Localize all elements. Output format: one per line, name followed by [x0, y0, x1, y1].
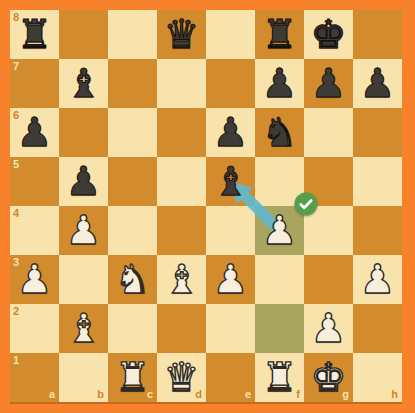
square-d2[interactable]	[157, 304, 206, 353]
square-e8[interactable]	[206, 10, 255, 59]
white-bishop-b2[interactable]: ♝	[66, 304, 102, 353]
file-label-e: e	[245, 389, 251, 400]
chess-board: 8♜♛♜♚7♝♟♟♟6♟♟♞5♟♝4♟♟3♟♞♝♟♟2♝♟1abc♜d♛ef♜g…	[10, 10, 402, 402]
square-h4[interactable]	[353, 206, 402, 255]
square-b8[interactable]	[59, 10, 108, 59]
square-a4[interactable]: 4	[10, 206, 59, 255]
square-b4[interactable]: ♟	[59, 206, 108, 255]
square-g3[interactable]	[304, 255, 353, 304]
square-d6[interactable]	[157, 108, 206, 157]
square-e6[interactable]: ♟	[206, 108, 255, 157]
black-pawn-a6[interactable]: ♟	[17, 108, 53, 157]
square-c2[interactable]	[108, 304, 157, 353]
square-c6[interactable]	[108, 108, 157, 157]
rank-label-2: 2	[13, 306, 19, 317]
file-label-a: a	[49, 389, 55, 400]
square-b2[interactable]: ♝	[59, 304, 108, 353]
square-g4[interactable]	[304, 206, 353, 255]
black-pawn-e6[interactable]: ♟	[213, 108, 249, 157]
square-e1[interactable]: e	[206, 353, 255, 402]
white-pawn-b4[interactable]: ♟	[66, 206, 102, 255]
white-pawn-e3[interactable]: ♟	[213, 255, 249, 304]
square-a7[interactable]: 7	[10, 59, 59, 108]
square-g2[interactable]: ♟	[304, 304, 353, 353]
square-a3[interactable]: 3♟	[10, 255, 59, 304]
square-g6[interactable]	[304, 108, 353, 157]
board-frame: 8♜♛♜♚7♝♟♟♟6♟♟♞5♟♝4♟♟3♟♞♝♟♟2♝♟1abc♜d♛ef♜g…	[0, 0, 415, 413]
white-knight-c3[interactable]: ♞	[115, 255, 151, 304]
square-b5[interactable]: ♟	[59, 157, 108, 206]
square-c8[interactable]	[108, 10, 157, 59]
white-pawn-g2[interactable]: ♟	[311, 304, 347, 353]
black-bishop-e5[interactable]: ♝	[213, 157, 249, 206]
square-g1[interactable]: g♚	[304, 353, 353, 402]
file-label-h: h	[391, 389, 398, 400]
square-g7[interactable]: ♟	[304, 59, 353, 108]
square-c4[interactable]	[108, 206, 157, 255]
square-h3[interactable]: ♟	[353, 255, 402, 304]
square-g8[interactable]: ♚	[304, 10, 353, 59]
square-d3[interactable]: ♝	[157, 255, 206, 304]
black-rook-a8[interactable]: ♜	[17, 10, 53, 59]
square-a2[interactable]: 2	[10, 304, 59, 353]
square-f5[interactable]	[255, 157, 304, 206]
white-rook-c1[interactable]: ♜	[115, 353, 151, 402]
square-h5[interactable]	[353, 157, 402, 206]
square-d4[interactable]	[157, 206, 206, 255]
square-f7[interactable]: ♟	[255, 59, 304, 108]
black-pawn-h7[interactable]: ♟	[360, 59, 396, 108]
rank-label-7: 7	[13, 61, 19, 72]
black-queen-d8[interactable]: ♛	[164, 10, 200, 59]
square-c7[interactable]	[108, 59, 157, 108]
white-king-g1[interactable]: ♚	[311, 353, 347, 402]
square-g5[interactable]	[304, 157, 353, 206]
square-c5[interactable]	[108, 157, 157, 206]
white-rook-f1[interactable]: ♜	[262, 353, 298, 402]
rank-label-4: 4	[13, 208, 19, 219]
black-rook-f8[interactable]: ♜	[262, 10, 298, 59]
square-h2[interactable]	[353, 304, 402, 353]
black-pawn-g7[interactable]: ♟	[311, 59, 347, 108]
square-e4[interactable]	[206, 206, 255, 255]
white-pawn-h3[interactable]: ♟	[360, 255, 396, 304]
square-d5[interactable]	[157, 157, 206, 206]
square-e2[interactable]	[206, 304, 255, 353]
square-c1[interactable]: c♜	[108, 353, 157, 402]
square-b7[interactable]: ♝	[59, 59, 108, 108]
square-f8[interactable]: ♜	[255, 10, 304, 59]
square-f3[interactable]	[255, 255, 304, 304]
square-c3[interactable]: ♞	[108, 255, 157, 304]
square-b6[interactable]	[59, 108, 108, 157]
rank-label-1: 1	[13, 355, 19, 366]
square-h6[interactable]	[353, 108, 402, 157]
white-queen-d1[interactable]: ♛	[164, 353, 200, 402]
square-f1[interactable]: f♜	[255, 353, 304, 402]
black-pawn-f7[interactable]: ♟	[262, 59, 298, 108]
square-b3[interactable]	[59, 255, 108, 304]
square-b1[interactable]: b	[59, 353, 108, 402]
black-king-g8[interactable]: ♚	[311, 10, 347, 59]
square-f2[interactable]	[255, 304, 304, 353]
square-e3[interactable]: ♟	[206, 255, 255, 304]
square-h7[interactable]: ♟	[353, 59, 402, 108]
square-e5[interactable]: ♝	[206, 157, 255, 206]
square-a5[interactable]: 5	[10, 157, 59, 206]
white-pawn-f4[interactable]: ♟	[262, 206, 298, 255]
square-h1[interactable]: h	[353, 353, 402, 402]
white-bishop-d3[interactable]: ♝	[164, 255, 200, 304]
square-a8[interactable]: 8♜	[10, 10, 59, 59]
square-d8[interactable]: ♛	[157, 10, 206, 59]
square-f6[interactable]: ♞	[255, 108, 304, 157]
square-e7[interactable]	[206, 59, 255, 108]
white-pawn-a3[interactable]: ♟	[17, 255, 53, 304]
rank-label-5: 5	[13, 159, 19, 170]
square-a6[interactable]: 6♟	[10, 108, 59, 157]
square-f4[interactable]: ♟	[255, 206, 304, 255]
black-knight-f6[interactable]: ♞	[262, 108, 298, 157]
square-d1[interactable]: d♛	[157, 353, 206, 402]
black-bishop-b7[interactable]: ♝	[66, 59, 102, 108]
square-h8[interactable]	[353, 10, 402, 59]
black-pawn-b5[interactable]: ♟	[66, 157, 102, 206]
square-a1[interactable]: 1a	[10, 353, 59, 402]
square-d7[interactable]	[157, 59, 206, 108]
file-label-b: b	[97, 389, 104, 400]
